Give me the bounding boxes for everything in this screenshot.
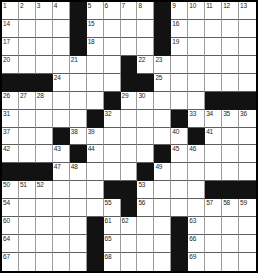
cell-r8c11[interactable]: 40 (171, 128, 188, 146)
cell-r9c2[interactable] (19, 145, 36, 163)
cell-r9c1[interactable]: 42 (2, 145, 19, 163)
clue-number-5: 5 (88, 2, 91, 10)
cell-r3c4[interactable] (53, 38, 70, 56)
clue-number-3: 3 (37, 2, 40, 10)
clue-number-68: 68 (105, 253, 112, 261)
cell-r4c7[interactable] (104, 56, 121, 74)
cell-r3c8[interactable] (121, 38, 138, 56)
cell-r1c14[interactable]: 12 (222, 2, 239, 20)
clue-number-20: 20 (3, 56, 10, 64)
clue-number-52: 52 (37, 181, 44, 189)
clue-number-7: 7 (122, 2, 125, 10)
cell-r9c9[interactable] (137, 145, 154, 163)
cell-r11c1[interactable]: 50 (2, 181, 19, 199)
clue-number-50: 50 (3, 181, 10, 189)
cell-r5c13[interactable] (205, 74, 222, 92)
clue-number-10: 10 (189, 2, 196, 10)
cell-r2c14[interactable] (222, 20, 239, 38)
cell-r4c12[interactable] (188, 56, 205, 74)
clue-number-38: 38 (71, 128, 78, 136)
cell-r2c2[interactable] (19, 20, 36, 38)
cell-r1c6[interactable]: 5 (87, 2, 104, 20)
clue-number-51: 51 (20, 181, 27, 189)
cell-r5c5[interactable] (70, 74, 87, 92)
cell-r1c7[interactable]: 6 (104, 2, 121, 20)
cell-r1c9[interactable]: 8 (137, 2, 154, 20)
black-cell-r11c7 (104, 181, 121, 199)
black-cell-r5c2 (19, 74, 36, 92)
crossword-grid: 1234567891011121314151617181920212223242… (0, 0, 258, 273)
cell-r12c5[interactable] (70, 199, 87, 217)
cell-r14c7[interactable]: 65 (104, 235, 121, 253)
cell-r7c3[interactable] (36, 110, 53, 128)
cell-r1c8[interactable]: 7 (121, 2, 138, 20)
cell-r3c2[interactable] (19, 38, 36, 56)
cell-r7c7[interactable]: 32 (104, 110, 121, 128)
cell-r11c10[interactable] (154, 181, 171, 199)
cell-r6c12[interactable] (188, 92, 205, 110)
cell-r7c10[interactable] (154, 110, 171, 128)
cell-r12c13[interactable]: 57 (205, 199, 222, 217)
cell-r4c2[interactable] (19, 56, 36, 74)
cell-r12c10[interactable] (154, 199, 171, 217)
cell-r10c10[interactable]: 49 (154, 163, 171, 181)
clue-number-43: 43 (54, 145, 61, 153)
cell-r5c11[interactable] (171, 74, 188, 92)
clue-number-13: 13 (240, 2, 247, 10)
cell-r14c10[interactable] (154, 235, 171, 253)
clue-number-60: 60 (3, 217, 10, 225)
black-cell-r8c12 (188, 128, 205, 146)
clue-number-47: 47 (54, 163, 61, 171)
clue-number-6: 6 (105, 2, 108, 10)
cell-r10c11[interactable] (171, 163, 188, 181)
black-cell-r15c11 (171, 253, 188, 271)
cell-r6c6[interactable] (87, 92, 104, 110)
cell-r15c8[interactable] (121, 253, 138, 271)
cell-r14c1[interactable]: 64 (2, 235, 19, 253)
cell-r10c12[interactable] (188, 163, 205, 181)
cell-r15c4[interactable] (53, 253, 70, 271)
clue-number-28: 28 (37, 92, 44, 100)
cell-r6c8[interactable]: 29 (121, 92, 138, 110)
cell-r2c6[interactable]: 15 (87, 20, 104, 38)
cell-r1c13[interactable]: 11 (205, 2, 222, 20)
cell-r8c7[interactable] (104, 128, 121, 146)
cell-r5c10[interactable]: 25 (154, 74, 171, 92)
cell-r8c2[interactable] (19, 128, 36, 146)
cell-r7c13[interactable]: 34 (205, 110, 222, 128)
cell-r10c14[interactable] (222, 163, 239, 181)
clue-number-24: 24 (54, 74, 61, 82)
clue-number-1: 1 (3, 2, 6, 10)
cell-r7c14[interactable]: 35 (222, 110, 239, 128)
cell-r6c4[interactable] (53, 92, 70, 110)
cell-r5c6[interactable] (87, 74, 104, 92)
cell-r14c9[interactable] (137, 235, 154, 253)
clue-number-58: 58 (223, 199, 230, 207)
black-cell-r15c6 (87, 253, 104, 271)
clue-number-11: 11 (206, 2, 212, 10)
clue-number-42: 42 (3, 145, 10, 153)
cell-r2c4[interactable] (53, 20, 70, 38)
cell-r8c3[interactable] (36, 128, 53, 146)
black-cell-r6c7 (104, 92, 121, 110)
cell-r3c13[interactable] (205, 38, 222, 56)
cell-r4c13[interactable] (205, 56, 222, 74)
clue-number-22: 22 (138, 56, 145, 64)
cell-r5c12[interactable] (188, 74, 205, 92)
clue-number-63: 63 (189, 217, 196, 225)
clue-number-44: 44 (88, 145, 95, 153)
clue-number-21: 21 (71, 56, 78, 64)
clue-number-55: 55 (105, 199, 112, 207)
cell-r15c2[interactable] (19, 253, 36, 271)
cell-r5c14[interactable] (222, 74, 239, 92)
cell-r8c8[interactable] (121, 128, 138, 146)
black-cell-r2c10 (154, 20, 171, 38)
clue-number-25: 25 (155, 74, 162, 82)
cell-r11c4[interactable] (53, 181, 70, 199)
black-cell-r5c8 (121, 74, 138, 92)
crossword-puzzle: 1234567891011121314151617181920212223242… (0, 0, 260, 276)
black-cell-r14c11 (171, 235, 188, 253)
cell-r8c10[interactable] (154, 128, 171, 146)
black-cell-r1c5 (70, 2, 87, 20)
cell-r14c14[interactable] (222, 235, 239, 253)
clue-number-40: 40 (172, 128, 179, 136)
cell-r2c7[interactable] (104, 20, 121, 38)
cell-r9c8[interactable] (121, 145, 138, 163)
cell-r5c4[interactable]: 24 (53, 74, 70, 92)
cell-r15c1[interactable]: 67 (2, 253, 19, 271)
cell-r12c15[interactable]: 59 (239, 199, 256, 217)
black-cell-r9c5 (70, 145, 87, 163)
cell-r9c3[interactable] (36, 145, 53, 163)
cell-r7c4[interactable] (53, 110, 70, 128)
black-cell-r10c3 (36, 163, 53, 181)
clue-number-19: 19 (172, 38, 179, 46)
clue-number-66: 66 (189, 235, 196, 243)
cell-r13c4[interactable] (53, 217, 70, 235)
cell-r10c4[interactable]: 47 (53, 163, 70, 181)
clue-number-4: 4 (54, 2, 57, 10)
cell-r12c2[interactable] (19, 199, 36, 217)
cell-r12c14[interactable]: 58 (222, 199, 239, 217)
black-cell-r13c6 (87, 217, 104, 235)
clue-number-54: 54 (3, 199, 10, 207)
cell-r14c8[interactable] (121, 235, 138, 253)
cell-r2c15[interactable] (239, 20, 256, 38)
cell-r14c4[interactable] (53, 235, 70, 253)
cell-r11c11[interactable] (171, 181, 188, 199)
cell-r15c10[interactable] (154, 253, 171, 271)
cell-r13c10[interactable] (154, 217, 171, 235)
cell-r15c13[interactable] (205, 253, 222, 271)
cell-r13c1[interactable]: 60 (2, 217, 19, 235)
cell-r4c9[interactable]: 22 (137, 56, 154, 74)
cell-r3c14[interactable] (222, 38, 239, 56)
cell-r12c11[interactable] (171, 199, 188, 217)
cell-r12c12[interactable] (188, 199, 205, 217)
cell-r3c1[interactable]: 17 (2, 38, 19, 56)
cell-r2c3[interactable] (36, 20, 53, 38)
clue-number-27: 27 (20, 92, 27, 100)
cell-r2c1[interactable]: 14 (2, 20, 19, 38)
black-cell-r14c6 (87, 235, 104, 253)
cell-r13c13[interactable] (205, 217, 222, 235)
cell-r7c5[interactable] (70, 110, 87, 128)
clue-number-37: 37 (3, 128, 10, 136)
clue-number-67: 67 (3, 253, 10, 261)
cell-r2c8[interactable] (121, 20, 138, 38)
black-cell-r6c14 (222, 92, 239, 110)
clue-number-59: 59 (240, 199, 247, 207)
cell-r9c12[interactable]: 46 (188, 145, 205, 163)
cell-r6c1[interactable]: 26 (2, 92, 19, 110)
cell-r7c12[interactable]: 33 (188, 110, 205, 128)
cell-r3c9[interactable] (137, 38, 154, 56)
cell-r6c10[interactable] (154, 92, 171, 110)
cell-r8c15[interactable] (239, 128, 256, 146)
cell-r10c15[interactable] (239, 163, 256, 181)
cell-r6c9[interactable]: 30 (137, 92, 154, 110)
cell-r12c4[interactable] (53, 199, 70, 217)
black-cell-r5c3 (36, 74, 53, 92)
cell-r11c9[interactable]: 53 (137, 181, 154, 199)
cell-r1c3[interactable]: 3 (36, 2, 53, 20)
cell-r12c3[interactable] (36, 199, 53, 217)
black-cell-r11c8 (121, 181, 138, 199)
clue-number-32: 32 (105, 110, 112, 118)
clue-number-49: 49 (155, 163, 162, 171)
clue-number-48: 48 (71, 163, 78, 171)
clue-number-61: 61 (105, 217, 112, 225)
cell-r10c13[interactable] (205, 163, 222, 181)
cell-r15c5[interactable] (70, 253, 87, 271)
black-cell-r12c8 (121, 199, 138, 217)
cell-r11c3[interactable]: 52 (36, 181, 53, 199)
cell-r4c1[interactable]: 20 (2, 56, 19, 74)
cell-r10c8[interactable] (121, 163, 138, 181)
cell-r9c13[interactable] (205, 145, 222, 163)
black-cell-r13c11 (171, 217, 188, 235)
cell-r8c1[interactable]: 37 (2, 128, 19, 146)
cell-r3c15[interactable] (239, 38, 256, 56)
cell-r15c15[interactable] (239, 253, 256, 271)
clue-number-18: 18 (88, 38, 95, 46)
cell-r14c13[interactable] (205, 235, 222, 253)
black-cell-r5c9 (137, 74, 154, 92)
cell-r11c6[interactable] (87, 181, 104, 199)
cell-r12c7[interactable]: 55 (104, 199, 121, 217)
cell-r4c6[interactable] (87, 56, 104, 74)
black-cell-r3c10 (154, 38, 171, 56)
clue-number-26: 26 (3, 92, 10, 100)
black-cell-r10c9 (137, 163, 154, 181)
black-cell-r7c6 (87, 110, 104, 128)
cell-r12c6[interactable] (87, 199, 104, 217)
cell-r4c10[interactable]: 23 (154, 56, 171, 74)
clue-number-69: 69 (189, 253, 196, 261)
cell-r6c3[interactable]: 28 (36, 92, 53, 110)
clue-number-57: 57 (206, 199, 213, 207)
black-cell-r3c5 (70, 38, 87, 56)
cell-r7c8[interactable] (121, 110, 138, 128)
cell-r13c14[interactable] (222, 217, 239, 235)
cell-r12c1[interactable]: 54 (2, 199, 19, 217)
cell-r9c4[interactable]: 43 (53, 145, 70, 163)
cell-r15c3[interactable] (36, 253, 53, 271)
cell-r4c14[interactable] (222, 56, 239, 74)
cell-r15c9[interactable] (137, 253, 154, 271)
clue-number-53: 53 (138, 181, 145, 189)
cell-r4c4[interactable] (53, 56, 70, 74)
cell-r4c3[interactable] (36, 56, 53, 74)
clue-number-41: 41 (206, 128, 213, 136)
cell-r1c11[interactable]: 9 (171, 2, 188, 20)
cell-r13c7[interactable]: 61 (104, 217, 121, 235)
cell-r7c9[interactable] (137, 110, 154, 128)
black-cell-r6c15 (239, 92, 256, 110)
black-cell-r8c4 (53, 128, 70, 146)
black-cell-r1c10 (154, 2, 171, 20)
cell-r7c1[interactable]: 31 (2, 110, 19, 128)
cell-r1c4[interactable]: 4 (53, 2, 70, 20)
cell-r3c6[interactable]: 18 (87, 38, 104, 56)
cell-r6c2[interactable]: 27 (19, 92, 36, 110)
black-cell-r5c1 (2, 74, 19, 92)
cell-r9c7[interactable] (104, 145, 121, 163)
cell-r13c2[interactable] (19, 217, 36, 235)
clue-number-65: 65 (105, 235, 112, 243)
black-cell-r6c13 (205, 92, 222, 110)
black-cell-r2c5 (70, 20, 87, 38)
cell-r8c13[interactable]: 41 (205, 128, 222, 146)
black-cell-r9c10 (154, 145, 171, 163)
cell-r6c5[interactable] (70, 92, 87, 110)
clue-number-46: 46 (189, 145, 196, 153)
clue-number-36: 36 (240, 110, 247, 118)
cell-r13c9[interactable] (137, 217, 154, 235)
cell-r3c7[interactable] (104, 38, 121, 56)
black-cell-r10c1 (2, 163, 19, 181)
black-cell-r10c2 (19, 163, 36, 181)
clue-number-30: 30 (138, 92, 145, 100)
clue-number-12: 12 (223, 2, 230, 10)
cell-r14c12[interactable]: 66 (188, 235, 205, 253)
cell-r15c12[interactable]: 69 (188, 253, 205, 271)
black-cell-r7c11 (171, 110, 188, 128)
clue-number-14: 14 (3, 20, 10, 28)
cell-r15c7[interactable]: 68 (104, 253, 121, 271)
clue-number-64: 64 (3, 235, 10, 243)
cell-r13c15[interactable] (239, 217, 256, 235)
cell-r9c14[interactable] (222, 145, 239, 163)
cell-r10c7[interactable] (104, 163, 121, 181)
cell-r1c1[interactable]: 1 (2, 2, 19, 20)
cell-r3c11[interactable]: 19 (171, 38, 188, 56)
cell-r10c5[interactable]: 48 (70, 163, 87, 181)
clue-number-16: 16 (172, 20, 179, 28)
cell-r13c5[interactable] (70, 217, 87, 235)
black-cell-r11c15 (239, 181, 256, 199)
cell-r9c11[interactable]: 45 (171, 145, 188, 163)
black-cell-r11c14 (222, 181, 239, 199)
cell-r3c3[interactable] (36, 38, 53, 56)
cell-r5c7[interactable] (104, 74, 121, 92)
cell-r8c9[interactable] (137, 128, 154, 146)
cell-r14c2[interactable] (19, 235, 36, 253)
cell-r8c6[interactable]: 39 (87, 128, 104, 146)
cell-r11c5[interactable] (70, 181, 87, 199)
clue-number-56: 56 (138, 199, 145, 207)
cell-r4c15[interactable] (239, 56, 256, 74)
clue-number-34: 34 (206, 110, 213, 118)
cell-r14c15[interactable] (239, 235, 256, 253)
clue-number-29: 29 (122, 92, 129, 100)
clue-number-8: 8 (138, 2, 141, 10)
cell-r9c6[interactable]: 44 (87, 145, 104, 163)
black-cell-r4c8 (121, 56, 138, 74)
cell-r6c11[interactable] (171, 92, 188, 110)
cell-r13c3[interactable] (36, 217, 53, 235)
clue-number-39: 39 (88, 128, 95, 136)
cell-r13c12[interactable]: 63 (188, 217, 205, 235)
clue-number-17: 17 (3, 38, 10, 46)
cell-r3c12[interactable] (188, 38, 205, 56)
clue-number-15: 15 (88, 20, 95, 28)
clue-number-31: 31 (3, 110, 10, 118)
cell-r10c6[interactable] (87, 163, 104, 181)
cell-r14c3[interactable] (36, 235, 53, 253)
cell-r1c15[interactable]: 13 (239, 2, 256, 20)
cell-r7c15[interactable]: 36 (239, 110, 256, 128)
cell-r15c14[interactable] (222, 253, 239, 271)
cell-r2c9[interactable] (137, 20, 154, 38)
cell-r2c13[interactable] (205, 20, 222, 38)
clue-number-45: 45 (172, 145, 179, 153)
cell-r11c12[interactable] (188, 181, 205, 199)
cell-r5c15[interactable] (239, 74, 256, 92)
cell-r7c2[interactable] (19, 110, 36, 128)
cell-r8c5[interactable]: 38 (70, 128, 87, 146)
cell-r1c2[interactable]: 2 (19, 2, 36, 20)
clue-number-9: 9 (172, 2, 175, 10)
clue-number-2: 2 (20, 2, 23, 10)
cell-r4c5[interactable]: 21 (70, 56, 87, 74)
cell-r2c12[interactable] (188, 20, 205, 38)
clue-number-35: 35 (223, 110, 230, 118)
clue-number-23: 23 (155, 56, 162, 64)
cell-r12c9[interactable]: 56 (137, 199, 154, 217)
cell-r14c5[interactable] (70, 235, 87, 253)
cell-r9c15[interactable] (239, 145, 256, 163)
cell-r13c8[interactable]: 62 (121, 217, 138, 235)
cell-r11c2[interactable]: 51 (19, 181, 36, 199)
cell-r8c14[interactable] (222, 128, 239, 146)
clue-number-62: 62 (122, 217, 129, 225)
cell-r4c11[interactable] (171, 56, 188, 74)
cell-r2c11[interactable]: 16 (171, 20, 188, 38)
cell-r1c12[interactable]: 10 (188, 2, 205, 20)
clue-number-33: 33 (189, 110, 196, 118)
black-cell-r11c13 (205, 181, 222, 199)
